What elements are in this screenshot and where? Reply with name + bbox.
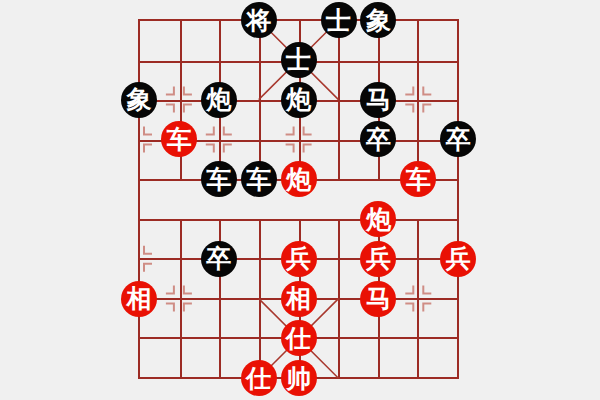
piece-black-cannon[interactable]: 炮 <box>281 82 317 118</box>
board-cell <box>140 337 180 377</box>
board-cell <box>180 21 220 61</box>
board-cell <box>180 337 220 377</box>
board-cell <box>417 298 457 338</box>
piece-black-advisor[interactable]: 士 <box>321 2 357 38</box>
board-cell <box>417 21 457 61</box>
board-cell <box>338 337 378 377</box>
board-cell <box>378 337 418 377</box>
piece-black-cannon[interactable]: 炮 <box>201 82 237 118</box>
piece-black-advisor[interactable]: 士 <box>281 42 317 78</box>
board-cell <box>180 298 220 338</box>
piece-red-advisor[interactable]: 仕 <box>241 360 277 396</box>
piece-red-horse[interactable]: 马 <box>360 281 396 317</box>
piece-black-horse[interactable]: 马 <box>360 82 396 118</box>
piece-red-soldier[interactable]: 兵 <box>440 241 476 277</box>
xiangqi-diagram: 将士象士象炮炮马卒卒车车卒车炮车炮兵兵兵相相马仕仕帅 <box>0 0 600 400</box>
piece-black-soldier[interactable]: 卒 <box>201 241 237 277</box>
piece-black-chariot[interactable]: 车 <box>201 161 237 197</box>
board-cell <box>219 298 259 338</box>
piece-black-general[interactable]: 将 <box>241 2 277 38</box>
piece-red-soldier[interactable]: 兵 <box>360 241 396 277</box>
board-cell <box>140 21 180 61</box>
board-cell <box>417 61 457 101</box>
board-cell <box>140 219 180 259</box>
piece-red-advisor[interactable]: 仕 <box>281 320 317 356</box>
piece-red-cannon[interactable]: 炮 <box>360 201 396 237</box>
piece-black-chariot[interactable]: 车 <box>241 161 277 197</box>
piece-red-elephant[interactable]: 相 <box>121 281 157 317</box>
piece-black-soldier[interactable]: 卒 <box>440 121 476 157</box>
piece-red-elephant[interactable]: 相 <box>281 281 317 317</box>
board-cell <box>140 179 180 219</box>
board-cell <box>417 337 457 377</box>
piece-red-cannon[interactable]: 炮 <box>281 161 317 197</box>
piece-black-elephant[interactable]: 象 <box>121 82 157 118</box>
piece-red-soldier[interactable]: 兵 <box>281 241 317 277</box>
piece-red-general[interactable]: 帅 <box>281 360 317 396</box>
